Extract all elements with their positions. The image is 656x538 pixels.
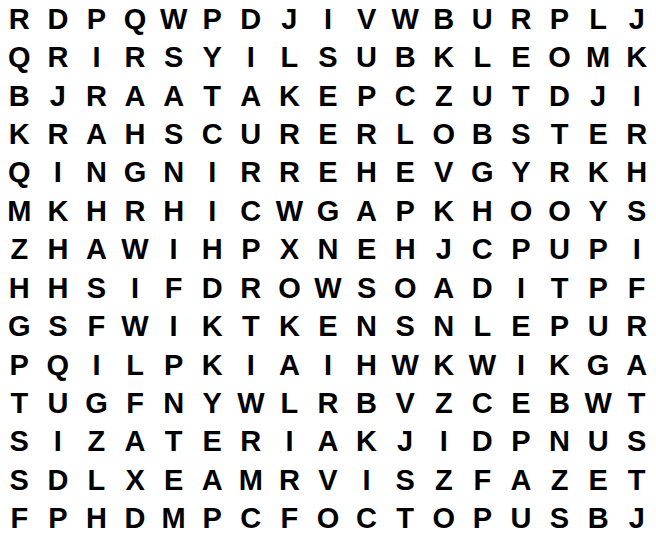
grid-cell[interactable]: M [579,38,618,76]
grid-cell[interactable]: I [309,0,348,38]
grid-cell[interactable]: Q [0,38,39,76]
grid-cell[interactable]: P [347,77,386,115]
grid-cell[interactable]: U [232,115,271,153]
grid-cell[interactable]: K [424,346,463,384]
grid-cell[interactable]: E [309,154,348,192]
grid-cell[interactable]: J [386,423,425,461]
grid-cell[interactable]: B [579,500,618,538]
grid-cell[interactable]: Y [193,38,232,76]
grid-cell[interactable]: U [579,423,618,461]
grid-cell[interactable]: H [77,500,116,538]
grid-cell[interactable]: S [0,461,39,499]
grid-cell[interactable]: A [77,115,116,153]
grid-cell[interactable]: S [0,423,39,461]
grid-cell[interactable]: D [463,423,502,461]
grid-cell[interactable]: S [386,461,425,499]
grid-cell[interactable]: U [463,0,502,38]
grid-cell[interactable]: C [193,115,232,153]
grid-cell[interactable]: H [193,231,232,269]
grid-cell[interactable]: P [579,269,618,307]
grid-cell[interactable]: P [502,231,541,269]
grid-cell[interactable]: W [232,384,271,422]
grid-cell[interactable]: F [617,269,656,307]
grid-cell[interactable]: H [39,231,78,269]
grid-cell[interactable]: T [617,461,656,499]
grid-cell[interactable]: O [386,269,425,307]
grid-cell[interactable]: T [617,384,656,422]
grid-cell[interactable]: I [116,269,155,307]
grid-cell[interactable]: K [579,154,618,192]
grid-cell[interactable]: P [463,500,502,538]
grid-cell[interactable]: R [232,154,271,192]
grid-cell[interactable]: I [617,77,656,115]
grid-cell[interactable]: K [193,307,232,345]
grid-cell[interactable]: I [502,269,541,307]
grid-cell[interactable]: P [502,423,541,461]
grid-cell[interactable]: A [232,77,271,115]
grid-cell[interactable]: Z [424,461,463,499]
grid-cell[interactable]: K [0,115,39,153]
grid-cell[interactable]: V [347,0,386,38]
grid-cell[interactable]: B [347,384,386,422]
grid-cell[interactable]: W [116,231,155,269]
grid-cell[interactable]: M [0,192,39,230]
grid-cell[interactable]: H [39,269,78,307]
grid-cell[interactable]: K [270,307,309,345]
grid-cell[interactable]: G [463,154,502,192]
grid-cell[interactable]: U [540,231,579,269]
grid-cell[interactable]: S [617,192,656,230]
grid-cell[interactable]: P [0,346,39,384]
grid-cell[interactable]: P [154,346,193,384]
grid-cell[interactable]: I [193,154,232,192]
grid-cell[interactable]: G [116,154,155,192]
grid-cell[interactable]: K [540,346,579,384]
grid-cell[interactable]: H [386,231,425,269]
grid-cell[interactable]: E [502,307,541,345]
grid-cell[interactable]: R [77,77,116,115]
grid-cell[interactable]: C [386,77,425,115]
grid-cell[interactable]: W [116,307,155,345]
grid-cell[interactable]: G [579,346,618,384]
grid-cell[interactable]: N [154,384,193,422]
grid-cell[interactable]: A [193,461,232,499]
grid-cell[interactable]: N [154,154,193,192]
grid-cell[interactable]: R [232,423,271,461]
grid-cell[interactable]: I [502,346,541,384]
grid-cell[interactable]: S [154,38,193,76]
grid-cell[interactable]: K [424,38,463,76]
grid-cell[interactable]: S [502,115,541,153]
grid-cell[interactable]: H [347,346,386,384]
grid-cell[interactable]: S [386,307,425,345]
grid-cell[interactable]: W [386,346,425,384]
grid-cell[interactable]: E [386,154,425,192]
grid-cell[interactable]: Y [193,384,232,422]
grid-cell[interactable]: R [116,192,155,230]
grid-cell[interactable]: U [347,38,386,76]
grid-cell[interactable]: Q [0,154,39,192]
grid-cell[interactable]: W [309,269,348,307]
grid-cell[interactable]: C [232,192,271,230]
grid-cell[interactable]: K [193,346,232,384]
grid-cell[interactable]: P [193,0,232,38]
grid-cell[interactable]: L [463,307,502,345]
grid-cell[interactable]: A [309,423,348,461]
grid-cell[interactable]: D [39,461,78,499]
grid-cell[interactable]: U [502,500,541,538]
grid-cell[interactable]: S [540,500,579,538]
grid-cell[interactable]: R [617,307,656,345]
grid-cell[interactable]: Y [579,192,618,230]
grid-cell[interactable]: R [270,115,309,153]
grid-cell[interactable]: O [309,500,348,538]
grid-cell[interactable]: J [617,500,656,538]
grid-cell[interactable]: A [77,231,116,269]
grid-cell[interactable]: S [347,269,386,307]
grid-cell[interactable]: I [424,423,463,461]
grid-cell[interactable]: R [270,461,309,499]
grid-cell[interactable]: R [116,38,155,76]
grid-cell[interactable]: R [0,0,39,38]
grid-cell[interactable]: H [347,154,386,192]
grid-cell[interactable]: L [116,346,155,384]
grid-cell[interactable]: A [116,423,155,461]
grid-cell[interactable]: Z [540,461,579,499]
grid-cell[interactable]: C [463,384,502,422]
grid-cell[interactable]: H [116,115,155,153]
grid-cell[interactable]: S [154,115,193,153]
grid-cell[interactable]: F [154,269,193,307]
grid-cell[interactable]: Y [502,154,541,192]
grid-cell[interactable]: K [424,192,463,230]
grid-cell[interactable]: W [386,0,425,38]
grid-cell[interactable]: B [424,0,463,38]
grid-cell[interactable]: U [579,307,618,345]
grid-cell[interactable]: T [502,77,541,115]
grid-cell[interactable]: W [463,346,502,384]
grid-cell[interactable]: V [424,154,463,192]
grid-cell[interactable]: N [309,231,348,269]
grid-cell[interactable]: F [0,500,39,538]
grid-cell[interactable]: D [232,0,271,38]
grid-cell[interactable]: R [617,115,656,153]
grid-cell[interactable]: J [424,231,463,269]
grid-cell[interactable]: E [309,307,348,345]
grid-cell[interactable]: T [386,500,425,538]
grid-cell[interactable]: O [502,192,541,230]
grid-cell[interactable]: E [579,115,618,153]
grid-cell[interactable]: T [540,115,579,153]
grid-cell[interactable]: S [77,269,116,307]
grid-cell[interactable]: K [270,77,309,115]
grid-cell[interactable]: A [154,77,193,115]
grid-cell[interactable]: I [154,231,193,269]
grid-cell[interactable]: E [579,461,618,499]
grid-cell[interactable]: V [309,461,348,499]
grid-cell[interactable]: H [77,192,116,230]
grid-cell[interactable]: K [617,38,656,76]
grid-cell[interactable]: S [617,423,656,461]
grid-cell[interactable]: R [270,154,309,192]
grid-cell[interactable]: B [386,38,425,76]
grid-cell[interactable]: G [309,192,348,230]
grid-cell[interactable]: U [463,77,502,115]
grid-cell[interactable]: P [232,231,271,269]
grid-cell[interactable]: B [540,384,579,422]
grid-cell[interactable]: I [39,154,78,192]
grid-cell[interactable]: A [347,192,386,230]
grid-cell[interactable]: M [154,500,193,538]
grid-cell[interactable]: T [0,384,39,422]
grid-cell[interactable]: B [463,115,502,153]
grid-cell[interactable]: O [540,192,579,230]
grid-cell[interactable]: E [309,77,348,115]
grid-cell[interactable]: J [617,0,656,38]
grid-cell[interactable]: M [232,461,271,499]
grid-cell[interactable]: Z [424,384,463,422]
grid-cell[interactable]: H [154,192,193,230]
grid-cell[interactable]: T [193,77,232,115]
grid-cell[interactable]: O [270,269,309,307]
grid-cell[interactable]: D [193,269,232,307]
grid-cell[interactable]: D [39,0,78,38]
grid-cell[interactable]: I [39,423,78,461]
grid-cell[interactable]: I [154,307,193,345]
grid-cell[interactable]: J [579,77,618,115]
grid-cell[interactable]: I [617,231,656,269]
grid-cell[interactable]: O [424,115,463,153]
grid-cell[interactable]: N [540,423,579,461]
grid-cell[interactable]: X [116,461,155,499]
grid-cell[interactable]: V [386,384,425,422]
grid-cell[interactable]: K [347,423,386,461]
grid-cell[interactable]: A [116,77,155,115]
grid-cell[interactable]: L [270,384,309,422]
grid-cell[interactable]: Q [39,346,78,384]
grid-cell[interactable]: Z [77,423,116,461]
grid-cell[interactable]: A [617,346,656,384]
grid-cell[interactable]: L [579,0,618,38]
grid-cell[interactable]: C [347,500,386,538]
grid-cell[interactable]: T [154,423,193,461]
grid-cell[interactable]: P [540,307,579,345]
grid-cell[interactable]: P [540,0,579,38]
grid-cell[interactable]: P [77,0,116,38]
grid-cell[interactable]: I [270,423,309,461]
grid-cell[interactable]: G [77,384,116,422]
grid-cell[interactable]: A [502,461,541,499]
grid-cell[interactable]: W [579,384,618,422]
grid-cell[interactable]: Q [116,0,155,38]
grid-cell[interactable]: Z [0,231,39,269]
grid-cell[interactable]: P [193,500,232,538]
grid-cell[interactable]: J [270,0,309,38]
grid-cell[interactable]: E [154,461,193,499]
grid-cell[interactable]: S [39,307,78,345]
grid-cell[interactable]: E [502,38,541,76]
grid-cell[interactable]: A [424,269,463,307]
grid-cell[interactable]: R [347,115,386,153]
grid-cell[interactable]: O [540,38,579,76]
grid-cell[interactable]: P [39,500,78,538]
grid-cell[interactable]: R [232,269,271,307]
grid-cell[interactable]: C [463,231,502,269]
grid-cell[interactable]: W [154,0,193,38]
grid-cell[interactable]: G [0,307,39,345]
grid-cell[interactable]: S [309,38,348,76]
grid-cell[interactable]: I [347,461,386,499]
grid-cell[interactable]: N [77,154,116,192]
grid-cell[interactable]: R [39,38,78,76]
grid-cell[interactable]: N [347,307,386,345]
grid-cell[interactable]: R [309,384,348,422]
grid-cell[interactable]: U [39,384,78,422]
grid-cell[interactable]: E [502,384,541,422]
grid-cell[interactable]: L [386,115,425,153]
grid-cell[interactable]: R [502,0,541,38]
grid-cell[interactable]: L [463,38,502,76]
grid-cell[interactable]: R [540,154,579,192]
grid-cell[interactable]: R [39,115,78,153]
grid-cell[interactable]: D [463,269,502,307]
grid-cell[interactable]: I [309,346,348,384]
grid-cell[interactable]: W [270,192,309,230]
grid-cell[interactable]: Z [424,77,463,115]
grid-cell[interactable]: I [77,346,116,384]
grid-cell[interactable]: H [617,154,656,192]
grid-cell[interactable]: F [77,307,116,345]
grid-cell[interactable]: L [270,38,309,76]
grid-cell[interactable]: T [232,307,271,345]
grid-cell[interactable]: P [386,192,425,230]
grid-cell[interactable]: H [463,192,502,230]
grid-cell[interactable]: I [232,346,271,384]
grid-cell[interactable]: D [540,77,579,115]
grid-cell[interactable]: I [232,38,271,76]
grid-cell[interactable]: E [347,231,386,269]
grid-cell[interactable]: F [270,500,309,538]
grid-cell[interactable]: C [232,500,271,538]
grid-cell[interactable]: E [193,423,232,461]
grid-cell[interactable]: T [540,269,579,307]
grid-cell[interactable]: I [193,192,232,230]
grid-cell[interactable]: E [309,115,348,153]
grid-cell[interactable]: H [0,269,39,307]
grid-cell[interactable]: P [579,231,618,269]
grid-cell[interactable]: D [116,500,155,538]
grid-cell[interactable]: A [270,346,309,384]
word-search-grid: RDPQWPDJIVWBURPLJQRIRSYILSUBKLEOMKBJRAAT… [0,0,656,538]
grid-cell[interactable]: K [39,192,78,230]
grid-cell[interactable]: J [39,77,78,115]
grid-cell[interactable]: X [270,231,309,269]
grid-cell[interactable]: F [463,461,502,499]
grid-cell[interactable]: N [424,307,463,345]
grid-cell[interactable]: O [424,500,463,538]
grid-cell[interactable]: B [0,77,39,115]
grid-cell[interactable]: I [77,38,116,76]
grid-cell[interactable]: L [77,461,116,499]
grid-cell[interactable]: F [116,384,155,422]
